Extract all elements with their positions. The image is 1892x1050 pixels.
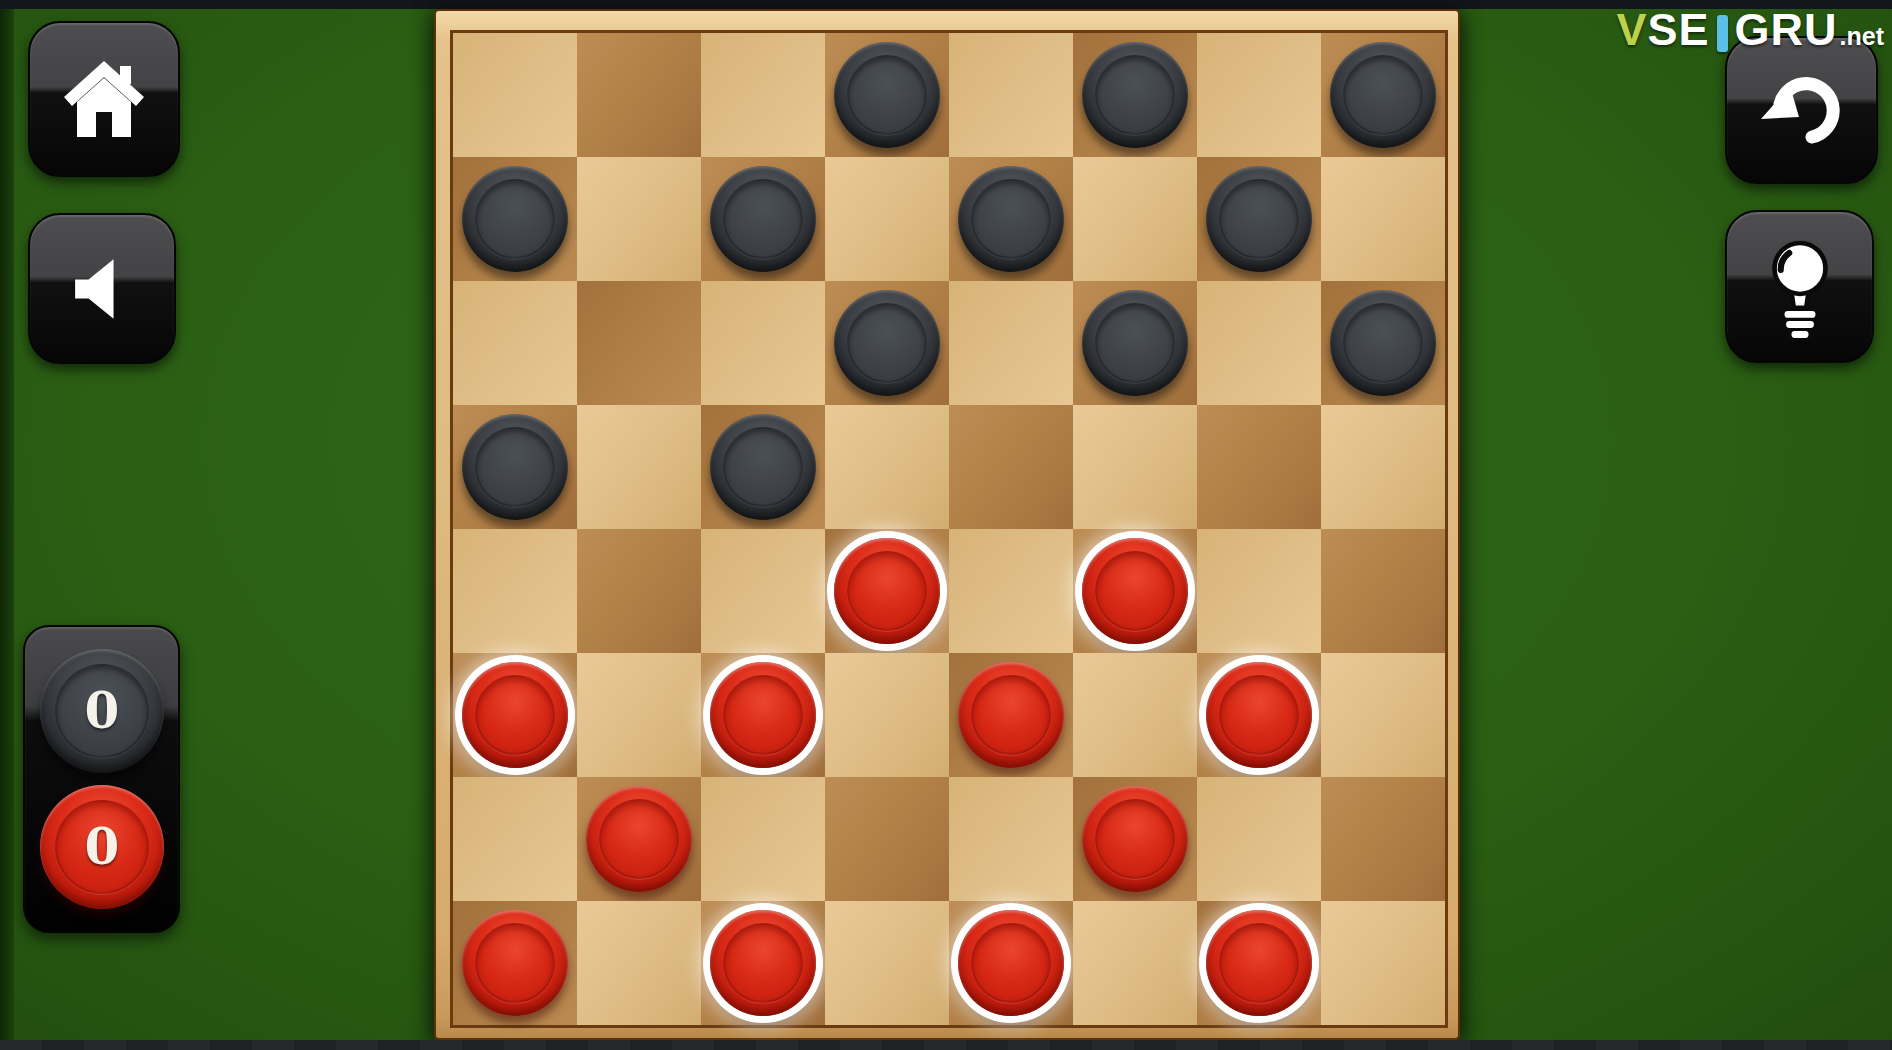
- square-c1[interactable]: [701, 901, 825, 1025]
- square-h2[interactable]: [1321, 777, 1445, 901]
- square-d5[interactable]: [825, 405, 949, 529]
- square-g8[interactable]: [1197, 33, 1321, 157]
- square-e2[interactable]: [949, 777, 1073, 901]
- black-checker[interactable]: [1330, 42, 1436, 148]
- logo-letters-se: SE: [1648, 4, 1710, 56]
- red-checker[interactable]: [1082, 786, 1188, 892]
- square-a7[interactable]: [453, 157, 577, 281]
- undo-button[interactable]: [1725, 36, 1878, 184]
- red-checker[interactable]: [586, 786, 692, 892]
- square-c8[interactable]: [701, 33, 825, 157]
- home-button[interactable]: [28, 21, 180, 177]
- square-e6[interactable]: [949, 281, 1073, 405]
- board-frame: [434, 9, 1460, 1040]
- logo-letter-v: V: [1617, 4, 1648, 56]
- square-a4[interactable]: [453, 529, 577, 653]
- red-checker-highlighted[interactable]: [462, 662, 568, 768]
- square-g3[interactable]: [1197, 653, 1321, 777]
- square-b6[interactable]: [577, 281, 701, 405]
- square-a3[interactable]: [453, 653, 577, 777]
- black-checker[interactable]: [834, 42, 940, 148]
- square-b4[interactable]: [577, 529, 701, 653]
- square-d1[interactable]: [825, 901, 949, 1025]
- square-g4[interactable]: [1197, 529, 1321, 653]
- square-f7[interactable]: [1073, 157, 1197, 281]
- square-e3[interactable]: [949, 653, 1073, 777]
- square-e7[interactable]: [949, 157, 1073, 281]
- black-checker[interactable]: [462, 414, 568, 520]
- square-a2[interactable]: [453, 777, 577, 901]
- square-d4[interactable]: [825, 529, 949, 653]
- square-d2[interactable]: [825, 777, 949, 901]
- logo-i-bar: I: [1717, 15, 1728, 52]
- square-e1[interactable]: [949, 901, 1073, 1025]
- square-e5[interactable]: [949, 405, 1073, 529]
- black-checker[interactable]: [1082, 42, 1188, 148]
- lightbulb-icon: [1761, 233, 1839, 341]
- square-f1[interactable]: [1073, 901, 1197, 1025]
- black-checker[interactable]: [1082, 290, 1188, 396]
- square-d6[interactable]: [825, 281, 949, 405]
- square-a1[interactable]: [453, 901, 577, 1025]
- home-icon: [54, 49, 154, 149]
- bottom-bar: [0, 1040, 1892, 1050]
- logo-letters-gru: GRU: [1735, 4, 1838, 56]
- square-b5[interactable]: [577, 405, 701, 529]
- square-h3[interactable]: [1321, 653, 1445, 777]
- square-c7[interactable]: [701, 157, 825, 281]
- square-f8[interactable]: [1073, 33, 1197, 157]
- square-c3[interactable]: [701, 653, 825, 777]
- square-h7[interactable]: [1321, 157, 1445, 281]
- score-panel: 0 0: [23, 625, 180, 933]
- square-b2[interactable]: [577, 777, 701, 901]
- square-c2[interactable]: [701, 777, 825, 901]
- black-checker[interactable]: [1330, 290, 1436, 396]
- square-f6[interactable]: [1073, 281, 1197, 405]
- square-h6[interactable]: [1321, 281, 1445, 405]
- red-checker-highlighted[interactable]: [1082, 538, 1188, 644]
- red-checker-highlighted[interactable]: [710, 662, 816, 768]
- speaker-icon: [54, 241, 150, 337]
- square-h8[interactable]: [1321, 33, 1445, 157]
- square-c5[interactable]: [701, 405, 825, 529]
- logo-tld: .net: [1840, 22, 1884, 51]
- black-checker[interactable]: [710, 414, 816, 520]
- black-score-value: 0: [85, 686, 120, 736]
- square-c4[interactable]: [701, 529, 825, 653]
- black-checker[interactable]: [1206, 166, 1312, 272]
- undo-arrow-icon: [1752, 60, 1852, 160]
- sound-button[interactable]: [28, 213, 176, 364]
- top-bar: [0, 0, 1892, 9]
- square-e8[interactable]: [949, 33, 1073, 157]
- red-score-disc: 0: [40, 785, 164, 909]
- red-checker[interactable]: [462, 910, 568, 1016]
- square-f3[interactable]: [1073, 653, 1197, 777]
- square-b7[interactable]: [577, 157, 701, 281]
- black-checker[interactable]: [958, 166, 1064, 272]
- board-grid: [450, 30, 1448, 1028]
- black-checker[interactable]: [834, 290, 940, 396]
- square-g1[interactable]: [1197, 901, 1321, 1025]
- square-g5[interactable]: [1197, 405, 1321, 529]
- square-d7[interactable]: [825, 157, 949, 281]
- square-g2[interactable]: [1197, 777, 1321, 901]
- red-checker-highlighted[interactable]: [1206, 910, 1312, 1016]
- left-edge-shadow: [0, 9, 14, 1040]
- square-h1[interactable]: [1321, 901, 1445, 1025]
- square-d8[interactable]: [825, 33, 949, 157]
- square-f4[interactable]: [1073, 529, 1197, 653]
- game-screen: 0 0 VSEIGRU.net: [0, 0, 1892, 1050]
- square-d3[interactable]: [825, 653, 949, 777]
- square-a8[interactable]: [453, 33, 577, 157]
- black-checker[interactable]: [710, 166, 816, 272]
- red-checker-highlighted[interactable]: [958, 910, 1064, 1016]
- square-c6[interactable]: [701, 281, 825, 405]
- square-a5[interactable]: [453, 405, 577, 529]
- site-logo: VSEIGRU.net: [1617, 4, 1885, 56]
- red-checker-highlighted[interactable]: [710, 910, 816, 1016]
- square-e4[interactable]: [949, 529, 1073, 653]
- red-score-value: 0: [85, 822, 120, 872]
- lightbulb-button[interactable]: [1725, 210, 1874, 363]
- square-h4[interactable]: [1321, 529, 1445, 653]
- square-b1[interactable]: [577, 901, 701, 1025]
- square-g6[interactable]: [1197, 281, 1321, 405]
- red-checker[interactable]: [958, 662, 1064, 768]
- red-checker-highlighted[interactable]: [834, 538, 940, 644]
- square-a6[interactable]: [453, 281, 577, 405]
- square-b8[interactable]: [577, 33, 701, 157]
- black-checker[interactable]: [462, 166, 568, 272]
- square-f2[interactable]: [1073, 777, 1197, 901]
- square-g7[interactable]: [1197, 157, 1321, 281]
- black-score-disc: 0: [40, 649, 164, 773]
- red-checker-highlighted[interactable]: [1206, 662, 1312, 768]
- square-b3[interactable]: [577, 653, 701, 777]
- square-f5[interactable]: [1073, 405, 1197, 529]
- square-h5[interactable]: [1321, 405, 1445, 529]
